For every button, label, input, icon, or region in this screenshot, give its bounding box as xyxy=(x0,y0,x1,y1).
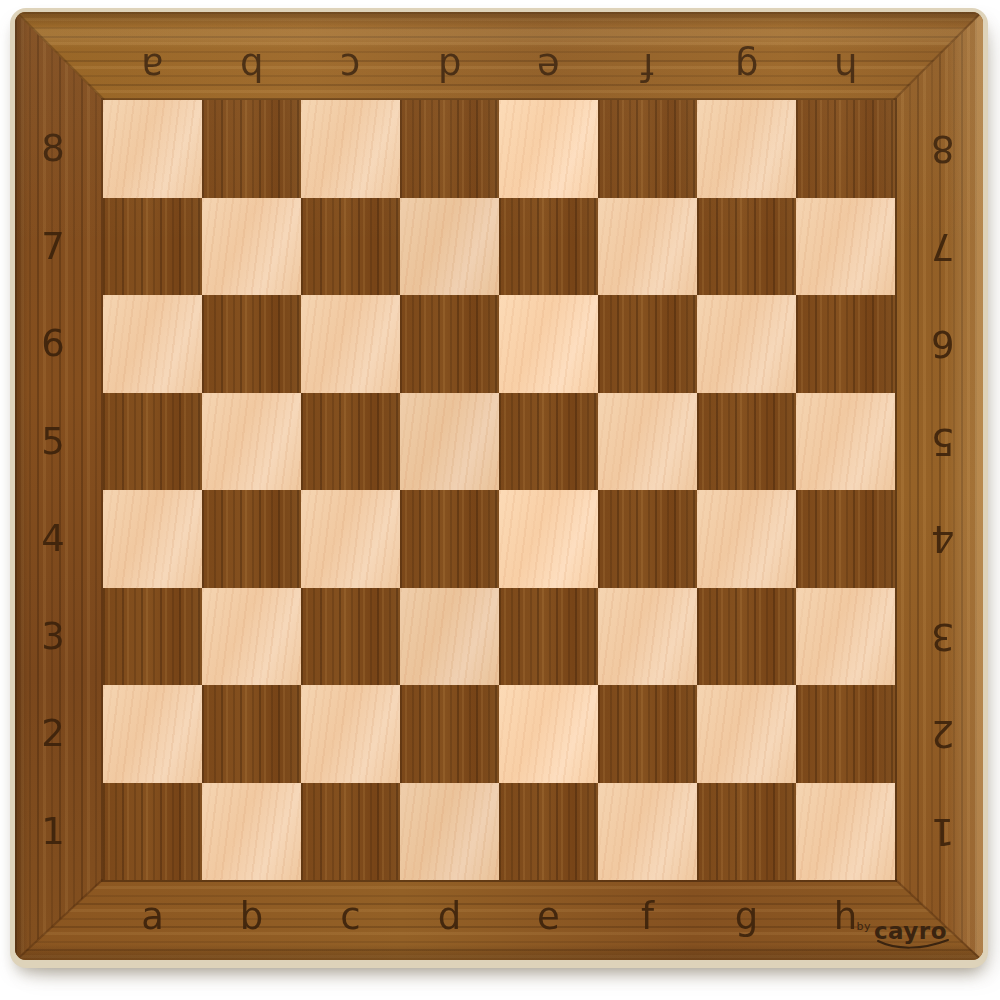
rank-left-label: 4 xyxy=(41,520,65,557)
rank-left-label: 5 xyxy=(41,423,65,460)
rank-right-label: 4 xyxy=(931,520,955,557)
square-d3[interactable] xyxy=(400,588,499,686)
square-d8[interactable] xyxy=(400,100,499,198)
square-a8[interactable] xyxy=(103,100,202,198)
square-e7[interactable] xyxy=(499,198,598,296)
file-top-label: h xyxy=(834,48,857,85)
square-b5[interactable] xyxy=(202,393,301,491)
rank-left-7: 7 xyxy=(15,198,103,296)
file-bottom-label: g xyxy=(735,898,759,935)
rank-right-label: 2 xyxy=(931,715,955,752)
file-top-e: e xyxy=(499,12,598,100)
playfield-grid xyxy=(103,100,895,880)
square-b8[interactable] xyxy=(202,100,301,198)
file-bottom-b: b xyxy=(202,880,301,960)
rank-left-2: 2 xyxy=(15,685,103,783)
square-f3[interactable] xyxy=(598,588,697,686)
rank-right-1: 1 xyxy=(895,783,983,881)
square-a7[interactable] xyxy=(103,198,202,296)
file-top-f: f xyxy=(598,12,697,100)
rank-right-label: 1 xyxy=(931,813,955,850)
square-a6[interactable] xyxy=(103,295,202,393)
square-h5[interactable] xyxy=(796,393,895,491)
square-h6[interactable] xyxy=(796,295,895,393)
square-f8[interactable] xyxy=(598,100,697,198)
square-a3[interactable] xyxy=(103,588,202,686)
rank-right-label: 5 xyxy=(931,423,955,460)
square-c7[interactable] xyxy=(301,198,400,296)
file-top-h: h xyxy=(796,12,895,100)
rank-left-label: 1 xyxy=(41,813,65,850)
square-f6[interactable] xyxy=(598,295,697,393)
file-top-label: f xyxy=(641,48,654,85)
square-g7[interactable] xyxy=(697,198,796,296)
file-top-label: e xyxy=(537,48,560,85)
rank-left-5: 5 xyxy=(15,393,103,491)
file-bottom-label: f xyxy=(641,898,654,935)
rank-right-2: 2 xyxy=(895,685,983,783)
square-e1[interactable] xyxy=(499,783,598,881)
square-h8[interactable] xyxy=(796,100,895,198)
chessboard: abcdefgh abcdefgh 87654321 87654321 by c… xyxy=(10,8,988,968)
rank-left-label: 6 xyxy=(41,325,65,362)
rank-left-8: 8 xyxy=(15,100,103,198)
square-h7[interactable] xyxy=(796,198,895,296)
square-d2[interactable] xyxy=(400,685,499,783)
square-e2[interactable] xyxy=(499,685,598,783)
square-g3[interactable] xyxy=(697,588,796,686)
wood-frame: abcdefgh abcdefgh 87654321 87654321 by c… xyxy=(15,12,983,960)
square-e6[interactable] xyxy=(499,295,598,393)
file-top-label: c xyxy=(340,48,360,85)
file-bottom-a: a xyxy=(103,880,202,960)
file-labels-bottom: abcdefgh xyxy=(103,880,895,960)
square-f7[interactable] xyxy=(598,198,697,296)
file-bottom-label: a xyxy=(141,898,164,935)
square-e4[interactable] xyxy=(499,490,598,588)
file-bottom-label: c xyxy=(340,898,360,935)
square-b2[interactable] xyxy=(202,685,301,783)
square-f1[interactable] xyxy=(598,783,697,881)
rank-right-5: 5 xyxy=(895,393,983,491)
square-a2[interactable] xyxy=(103,685,202,783)
square-c1[interactable] xyxy=(301,783,400,881)
rank-left-label: 2 xyxy=(41,715,65,752)
rank-labels-left: 87654321 xyxy=(15,100,103,880)
square-b1[interactable] xyxy=(202,783,301,881)
square-d6[interactable] xyxy=(400,295,499,393)
file-top-label: b xyxy=(240,48,264,85)
file-bottom-c: c xyxy=(301,880,400,960)
rank-left-4: 4 xyxy=(15,490,103,588)
square-b4[interactable] xyxy=(202,490,301,588)
file-top-b: b xyxy=(202,12,301,100)
file-top-a: a xyxy=(103,12,202,100)
rank-right-6: 6 xyxy=(895,295,983,393)
file-top-label: d xyxy=(438,48,462,85)
logo-name: cayro xyxy=(874,918,947,944)
rank-right-3: 3 xyxy=(895,588,983,686)
square-b7[interactable] xyxy=(202,198,301,296)
file-bottom-f: f xyxy=(598,880,697,960)
square-d4[interactable] xyxy=(400,490,499,588)
square-b3[interactable] xyxy=(202,588,301,686)
rank-left-label: 8 xyxy=(41,130,65,167)
rank-left-6: 6 xyxy=(15,295,103,393)
mitre-joint-top-left xyxy=(15,12,105,100)
square-e8[interactable] xyxy=(499,100,598,198)
square-f2[interactable] xyxy=(598,685,697,783)
file-top-d: d xyxy=(400,12,499,100)
square-c5[interactable] xyxy=(301,393,400,491)
mitre-joint-top-right xyxy=(893,12,983,100)
file-labels-top: abcdefgh xyxy=(103,12,895,100)
rank-left-3: 3 xyxy=(15,588,103,686)
square-g1[interactable] xyxy=(697,783,796,881)
square-d1[interactable] xyxy=(400,783,499,881)
file-top-label: g xyxy=(735,48,759,85)
rank-right-7: 7 xyxy=(895,198,983,296)
logo-prefix: by xyxy=(856,920,871,933)
square-e3[interactable] xyxy=(499,588,598,686)
rank-left-label: 3 xyxy=(41,618,65,655)
rank-right-label: 6 xyxy=(931,325,955,362)
rank-left-label: 7 xyxy=(41,228,65,265)
cayro-logo: by cayro xyxy=(856,918,947,944)
square-g4[interactable] xyxy=(697,490,796,588)
square-h2[interactable] xyxy=(796,685,895,783)
square-d5[interactable] xyxy=(400,393,499,491)
rank-right-8: 8 xyxy=(895,100,983,198)
square-c6[interactable] xyxy=(301,295,400,393)
square-g8[interactable] xyxy=(697,100,796,198)
square-f5[interactable] xyxy=(598,393,697,491)
file-bottom-label: e xyxy=(537,898,560,935)
square-g6[interactable] xyxy=(697,295,796,393)
rank-left-1: 1 xyxy=(15,783,103,881)
file-top-g: g xyxy=(697,12,796,100)
rank-labels-right: 87654321 xyxy=(895,100,983,880)
square-a4[interactable] xyxy=(103,490,202,588)
square-c2[interactable] xyxy=(301,685,400,783)
file-bottom-e: e xyxy=(499,880,598,960)
square-c3[interactable] xyxy=(301,588,400,686)
file-bottom-label: h xyxy=(834,898,857,935)
rank-right-4: 4 xyxy=(895,490,983,588)
file-bottom-d: d xyxy=(400,880,499,960)
file-top-label: a xyxy=(141,48,164,85)
square-h1[interactable] xyxy=(796,783,895,881)
square-h3[interactable] xyxy=(796,588,895,686)
square-a5[interactable] xyxy=(103,393,202,491)
square-a1[interactable] xyxy=(103,783,202,881)
square-c8[interactable] xyxy=(301,100,400,198)
rank-right-label: 3 xyxy=(931,618,955,655)
file-bottom-label: d xyxy=(438,898,462,935)
square-f4[interactable] xyxy=(598,490,697,588)
mitre-joint-bottom-left xyxy=(15,879,103,960)
logo-swoosh-icon xyxy=(876,939,950,951)
square-b6[interactable] xyxy=(202,295,301,393)
square-g2[interactable] xyxy=(697,685,796,783)
square-h4[interactable] xyxy=(796,490,895,588)
rank-right-label: 8 xyxy=(931,130,955,167)
file-bottom-g: g xyxy=(697,880,796,960)
square-e5[interactable] xyxy=(499,393,598,491)
square-c4[interactable] xyxy=(301,490,400,588)
square-d7[interactable] xyxy=(400,198,499,296)
rank-right-label: 7 xyxy=(931,228,955,265)
file-bottom-label: b xyxy=(240,898,264,935)
file-top-c: c xyxy=(301,12,400,100)
square-g5[interactable] xyxy=(697,393,796,491)
